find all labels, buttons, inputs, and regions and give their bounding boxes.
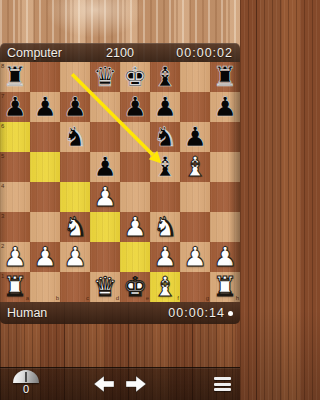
square-h5[interactable]: [210, 152, 240, 182]
square-d6[interactable]: [90, 122, 120, 152]
rank-label-6: 6: [1, 123, 4, 129]
file-label-d: d: [116, 295, 119, 301]
piece-black-bishop-f8[interactable]: ♝︎: [150, 61, 180, 91]
piece-black-pawn-a7[interactable]: ♟︎: [0, 91, 30, 121]
square-d3[interactable]: [90, 212, 120, 242]
piece-black-bishop-f5[interactable]: ♝︎: [150, 151, 180, 181]
gauge-needle: [25, 372, 27, 383]
square-f6[interactable]: ♞︎: [150, 122, 180, 152]
square-h8[interactable]: ♜︎: [210, 62, 240, 92]
square-a3[interactable]: 3: [0, 212, 30, 242]
square-d4[interactable]: ♟︎: [90, 182, 120, 212]
file-label-b: b: [56, 295, 59, 301]
square-g6[interactable]: ♟︎: [180, 122, 210, 152]
piece-white-pawn-e3[interactable]: ♟︎: [120, 211, 150, 241]
piece-white-pawn-a2[interactable]: ♟︎: [0, 241, 30, 271]
square-d2[interactable]: [90, 242, 120, 272]
square-d1[interactable]: d♛︎: [90, 272, 120, 302]
computer-rating: 2100: [106, 46, 134, 60]
back-arrow-icon: [94, 376, 114, 392]
square-b8[interactable]: [30, 62, 60, 92]
bottom-toolbar: 0: [0, 367, 240, 400]
square-a2[interactable]: 2♟︎: [0, 242, 30, 272]
square-a8[interactable]: 8♜︎: [0, 62, 30, 92]
square-c7[interactable]: ♟︎: [60, 92, 90, 122]
piece-black-rook-h8[interactable]: ♜︎: [210, 61, 240, 91]
square-b2[interactable]: ♟︎: [30, 242, 60, 272]
rank-label-8: 8: [1, 63, 4, 69]
square-f2[interactable]: ♟︎: [150, 242, 180, 272]
piece-black-pawn-d5[interactable]: ♟︎: [90, 151, 120, 181]
square-g1[interactable]: g: [180, 272, 210, 302]
piece-white-bishop-g5[interactable]: ♝︎: [180, 151, 210, 181]
square-a7[interactable]: 7♟︎: [0, 92, 30, 122]
square-e3[interactable]: ♟︎: [120, 212, 150, 242]
square-g7[interactable]: [180, 92, 210, 122]
square-a5[interactable]: 5: [0, 152, 30, 182]
square-b7[interactable]: ♟︎: [30, 92, 60, 122]
piece-white-knight-f3[interactable]: ♞︎: [150, 211, 180, 241]
piece-black-pawn-b7[interactable]: ♟︎: [30, 91, 60, 121]
square-g2[interactable]: ♟︎: [180, 242, 210, 272]
square-h3[interactable]: [210, 212, 240, 242]
file-label-e: e: [146, 295, 149, 301]
square-b1[interactable]: b: [30, 272, 60, 302]
square-f5[interactable]: ♝︎: [150, 152, 180, 182]
gauge-icon: [13, 370, 39, 383]
turn-indicator-dot: [228, 311, 233, 316]
square-h7[interactable]: ♟︎: [210, 92, 240, 122]
square-c5[interactable]: [60, 152, 90, 182]
square-h2[interactable]: ♟︎: [210, 242, 240, 272]
square-g4[interactable]: [180, 182, 210, 212]
computer-clock: 00:00:02: [176, 46, 233, 60]
rank-label-7: 7: [1, 93, 4, 99]
square-c2[interactable]: ♟︎: [60, 242, 90, 272]
square-h6[interactable]: [210, 122, 240, 152]
square-b4[interactable]: [30, 182, 60, 212]
chess-board: 8♜︎♛︎♚︎♝︎♜︎7♟︎♟︎♟︎♟︎♟︎♟︎6♞︎♞︎♟︎5♟︎♝︎♝︎4♟…: [0, 62, 240, 302]
piece-white-knight-c3[interactable]: ♞︎: [60, 211, 90, 241]
human-clock: 00:00:14: [168, 306, 225, 320]
file-label-a: a: [26, 295, 29, 301]
rank-label-2: 2: [1, 243, 4, 249]
square-f3[interactable]: ♞︎: [150, 212, 180, 242]
piece-black-pawn-e7[interactable]: ♟︎: [120, 91, 150, 121]
human-player-bar: Human 00:00:14: [0, 302, 240, 324]
square-e6[interactable]: [120, 122, 150, 152]
square-g8[interactable]: [180, 62, 210, 92]
piece-black-pawn-g6[interactable]: ♟︎: [180, 121, 210, 151]
square-e1[interactable]: e♚︎: [120, 272, 150, 302]
square-c3[interactable]: ♞︎: [60, 212, 90, 242]
piece-white-pawn-g2[interactable]: ♟︎: [180, 241, 210, 271]
piece-black-pawn-h7[interactable]: ♟︎: [210, 91, 240, 121]
square-c4[interactable]: [60, 182, 90, 212]
rank-label-1: 1: [1, 273, 4, 279]
piece-black-knight-f6[interactable]: ♞︎: [150, 121, 180, 151]
piece-white-pawn-d4[interactable]: ♟︎: [90, 181, 120, 211]
square-f8[interactable]: ♝︎: [150, 62, 180, 92]
square-f1[interactable]: f♝︎: [150, 272, 180, 302]
square-g5[interactable]: ♝︎: [180, 152, 210, 182]
rank-label-5: 5: [1, 153, 4, 159]
square-a6[interactable]: 6: [0, 122, 30, 152]
back-move-button[interactable]: [94, 376, 114, 392]
piece-black-queen-d8[interactable]: ♛︎: [90, 61, 120, 91]
file-label-g: g: [206, 295, 209, 301]
move-navigation: [94, 376, 146, 392]
square-c1[interactable]: c: [60, 272, 90, 302]
piece-black-pawn-f7[interactable]: ♟︎: [150, 91, 180, 121]
square-h4[interactable]: [210, 182, 240, 212]
forward-arrow-icon: [126, 376, 146, 392]
square-e7[interactable]: ♟︎: [120, 92, 150, 122]
square-c6[interactable]: ♞︎: [60, 122, 90, 152]
square-e8[interactable]: ♚︎: [120, 62, 150, 92]
square-a1[interactable]: 1a♜︎: [0, 272, 30, 302]
piece-black-king-e8[interactable]: ♚︎: [120, 61, 150, 91]
eval-value: 0: [13, 383, 39, 396]
square-c8[interactable]: [60, 62, 90, 92]
rank-label-4: 4: [1, 183, 4, 189]
menu-button[interactable]: [214, 377, 231, 391]
file-label-h: h: [236, 295, 239, 301]
square-e5[interactable]: [120, 152, 150, 182]
square-f4[interactable]: [150, 182, 180, 212]
square-d7[interactable]: [90, 92, 120, 122]
square-f7[interactable]: ♟︎: [150, 92, 180, 122]
piece-white-pawn-h2[interactable]: ♟︎: [210, 241, 240, 271]
file-label-f: f: [177, 295, 179, 301]
eval-gauge[interactable]: 0: [13, 370, 39, 396]
piece-white-pawn-f2[interactable]: ♟︎: [150, 241, 180, 271]
forward-move-button[interactable]: [126, 376, 146, 392]
piece-black-rook-a8[interactable]: ♜︎: [0, 61, 30, 91]
square-b3[interactable]: [30, 212, 60, 242]
menu-icon: [214, 377, 231, 380]
square-a4[interactable]: 4: [0, 182, 30, 212]
square-h1[interactable]: h♜︎: [210, 272, 240, 302]
piece-white-pawn-c2[interactable]: ♟︎: [60, 241, 90, 271]
piece-black-pawn-c7[interactable]: ♟︎: [60, 91, 90, 121]
square-b5[interactable]: [30, 152, 60, 182]
computer-player-bar: Computer 2100 00:00:02: [0, 43, 240, 62]
rank-label-3: 3: [1, 213, 4, 219]
human-name: Human: [7, 306, 47, 320]
square-g3[interactable]: [180, 212, 210, 242]
square-d5[interactable]: ♟︎: [90, 152, 120, 182]
computer-name: Computer: [7, 46, 62, 60]
square-e4[interactable]: [120, 182, 150, 212]
square-b6[interactable]: [30, 122, 60, 152]
piece-white-bishop-f1[interactable]: ♝︎: [150, 271, 180, 301]
file-label-c: c: [86, 295, 89, 301]
square-e2[interactable]: [120, 242, 150, 272]
square-d8[interactable]: ♛︎: [90, 62, 120, 92]
piece-black-knight-c6[interactable]: ♞︎: [60, 121, 90, 151]
piece-white-pawn-b2[interactable]: ♟︎: [30, 241, 60, 271]
